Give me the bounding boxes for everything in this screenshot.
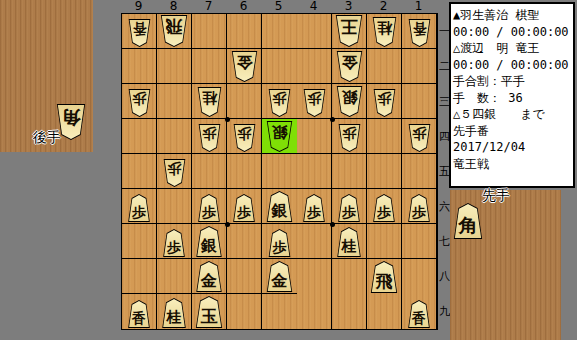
piece-glyph: 歩 [237, 125, 251, 141]
piece-p-9c: 歩 [128, 89, 151, 117]
piece-glyph: 香 [412, 20, 426, 36]
square-3e[interactable] [332, 154, 367, 189]
square-4a[interactable] [297, 14, 332, 49]
piece-l-1a: 香 [408, 19, 431, 47]
square-6e[interactable] [227, 154, 262, 189]
square-6g[interactable] [227, 224, 262, 259]
gote-tray-label: 後手 [33, 129, 61, 147]
piece-glyph: 王 [341, 16, 358, 35]
square-9d[interactable] [122, 119, 157, 154]
piece-l-9a: 香 [128, 19, 151, 47]
piece-S-7g: 銀 [196, 226, 223, 257]
square-8i[interactable]: 桂 [157, 294, 192, 329]
piece-glyph: 金 [236, 52, 252, 70]
square-8d[interactable] [157, 119, 192, 154]
file-label-4: 4 [296, 0, 331, 13]
piece-glyph: 歩 [307, 205, 321, 221]
kifu-viewer-screen: 後手 角 987654321 香飛王桂香金金歩桂歩歩銀歩歩歩銀歩歩歩歩歩歩銀歩歩… [0, 0, 577, 340]
square-1d[interactable]: 歩 [402, 119, 437, 154]
square-9b[interactable] [122, 49, 157, 84]
square-1e[interactable] [402, 154, 437, 189]
last-move-line: △５四銀 まで [453, 106, 571, 123]
piece-glyph: 金 [341, 52, 357, 70]
move-count-line: 手 数： 36 [453, 90, 571, 107]
piece-S-5f: 銀 [266, 191, 293, 222]
piece-p-4c: 歩 [303, 89, 326, 117]
event-name: 竜王戦 [453, 156, 571, 173]
square-9f[interactable]: 歩 [122, 189, 157, 224]
square-2e[interactable] [367, 154, 402, 189]
piece-N-8i: 桂 [162, 298, 187, 328]
piece-glyph: 歩 [307, 90, 321, 106]
square-5c[interactable]: 歩 [262, 84, 297, 119]
square-8a[interactable]: 飛 [157, 14, 192, 49]
square-6h[interactable] [227, 259, 262, 294]
square-3h[interactable] [332, 259, 367, 294]
square-7d[interactable]: 歩 [192, 119, 227, 154]
square-2i[interactable] [367, 294, 402, 329]
square-9e[interactable] [122, 154, 157, 189]
piece-glyph: 歩 [132, 205, 146, 221]
square-3b[interactable]: 金 [332, 49, 367, 84]
square-1h[interactable] [402, 259, 437, 294]
square-9a[interactable]: 香 [122, 14, 157, 49]
gote-player-name: △渡辺 明 竜王 [453, 40, 571, 57]
game-info-panel: ▲羽生善治 棋聖 00:00 / 00:00:00 △渡辺 明 竜王 00:00… [449, 2, 575, 188]
square-2b[interactable] [367, 49, 402, 84]
square-6d[interactable]: 歩 [227, 119, 262, 154]
square-6b[interactable]: 金 [227, 49, 262, 84]
shogi-board: 香飛王桂香金金歩桂歩歩銀歩歩歩銀歩歩歩歩歩歩銀歩歩歩歩歩銀歩桂金金飛香桂玉香 [121, 13, 438, 330]
piece-glyph: 桂 [167, 310, 182, 327]
square-8b[interactable] [157, 49, 192, 84]
square-9c[interactable]: 歩 [122, 84, 157, 119]
piece-glyph: 歩 [342, 205, 356, 221]
file-label-7: 7 [191, 0, 226, 13]
piece-g-3b: 金 [336, 51, 363, 82]
piece-P-3f: 歩 [338, 194, 361, 222]
square-4h[interactable] [297, 259, 332, 294]
square-7g[interactable]: 銀 [192, 224, 227, 259]
square-1i[interactable]: 香 [402, 294, 437, 329]
square-4e[interactable] [297, 154, 332, 189]
piece-G-5h: 金 [266, 261, 293, 292]
piece-glyph: 金 [201, 273, 217, 291]
square-1b[interactable] [402, 49, 437, 84]
square-5b[interactable] [262, 49, 297, 84]
piece-L-1i: 香 [408, 300, 431, 328]
square-4c[interactable]: 歩 [297, 84, 332, 119]
square-7e[interactable] [192, 154, 227, 189]
piece-glyph: 歩 [167, 240, 181, 256]
piece-r-8a: 飛 [160, 15, 188, 47]
piece-glyph: 歩 [273, 240, 287, 256]
piece-glyph: 歩 [202, 205, 216, 221]
file-label-3: 3 [331, 0, 366, 13]
game-date: 2017/12/04 [453, 139, 571, 156]
piece-glyph: 歩 [412, 205, 426, 221]
piece-glyph: 飛 [376, 273, 393, 292]
gote-captured-tray: 後手 角 [0, 0, 93, 152]
piece-s-5d: 銀 [266, 121, 293, 152]
file-labels: 987654321 [121, 0, 438, 13]
piece-glyph: 金 [272, 273, 288, 291]
square-1f[interactable]: 歩 [402, 189, 437, 224]
file-label-1: 1 [401, 0, 436, 13]
piece-glyph: 歩 [412, 125, 426, 141]
square-9g[interactable] [122, 224, 157, 259]
square-8h[interactable] [157, 259, 192, 294]
square-6a[interactable] [227, 14, 262, 49]
piece-k-3a: 王 [335, 15, 363, 47]
piece-P-7f: 歩 [198, 194, 221, 222]
piece-glyph: 銀 [201, 238, 217, 256]
piece-s-3c: 銀 [336, 86, 363, 117]
square-3c[interactable]: 銀 [332, 84, 367, 119]
piece-glyph: 歩 [167, 160, 181, 176]
file-label-5: 5 [261, 0, 296, 13]
piece-g-6b: 金 [231, 51, 258, 82]
square-5a[interactable] [262, 14, 297, 49]
piece-glyph: 香 [132, 311, 146, 327]
square-3f[interactable]: 歩 [332, 189, 367, 224]
piece-p-8e: 歩 [163, 159, 186, 187]
star-point [225, 222, 230, 227]
square-2g[interactable] [367, 224, 402, 259]
piece-glyph: 香 [412, 311, 426, 327]
piece-P-8g: 歩 [163, 229, 186, 257]
square-8g[interactable]: 歩 [157, 224, 192, 259]
square-1a[interactable]: 香 [402, 14, 437, 49]
square-7a[interactable] [192, 14, 227, 49]
piece-glyph: 歩 [377, 90, 391, 106]
square-2d[interactable] [367, 119, 402, 154]
square-7b[interactable] [192, 49, 227, 84]
file-label-9: 9 [121, 0, 156, 13]
square-2f[interactable]: 歩 [367, 189, 402, 224]
piece-glyph: 桂 [342, 239, 357, 256]
square-5h[interactable]: 金 [262, 259, 297, 294]
square-6i[interactable] [227, 294, 262, 329]
piece-p-5c: 歩 [268, 89, 291, 117]
captured-piece-sente[interactable]: 角 [453, 203, 483, 239]
piece-p-2c: 歩 [373, 89, 396, 117]
piece-p-1d: 歩 [408, 124, 431, 152]
square-5e[interactable] [262, 154, 297, 189]
square-2h[interactable]: 飛 [367, 259, 402, 294]
piece-glyph: 歩 [202, 125, 216, 141]
file-label-2: 2 [366, 0, 401, 13]
gote-clock: 00:00 / 00:00:00 [453, 57, 571, 74]
square-2a[interactable]: 桂 [367, 14, 402, 49]
square-4f[interactable]: 歩 [297, 189, 332, 224]
square-1g[interactable] [402, 224, 437, 259]
sente-clock: 00:00 / 00:00:00 [453, 24, 571, 41]
square-3d[interactable]: 歩 [332, 119, 367, 154]
side-to-move-line: 先手番 [453, 123, 571, 140]
piece-p-7d: 歩 [198, 124, 221, 152]
square-8e[interactable]: 歩 [157, 154, 192, 189]
piece-glyph: 桂 [377, 18, 392, 35]
square-9i[interactable]: 香 [122, 294, 157, 329]
piece-p-3d: 歩 [338, 124, 361, 152]
piece-glyph: 角 [459, 216, 478, 238]
square-4g[interactable] [297, 224, 332, 259]
square-7i[interactable]: 玉 [192, 294, 227, 329]
piece-glyph: 銀 [272, 203, 288, 221]
square-6f[interactable]: 歩 [227, 189, 262, 224]
piece-N-3g: 桂 [337, 227, 362, 257]
square-5d[interactable]: 銀 [262, 119, 297, 154]
sente-player-name: ▲羽生善治 棋聖 [453, 7, 571, 24]
piece-glyph: 桂 [202, 88, 217, 105]
piece-glyph: 角 [62, 105, 81, 127]
piece-P-6f: 歩 [233, 194, 256, 222]
square-1c[interactable] [402, 84, 437, 119]
piece-P-5g: 歩 [268, 229, 291, 257]
square-4i[interactable] [297, 294, 332, 329]
square-8f[interactable] [157, 189, 192, 224]
piece-glyph: 歩 [377, 205, 391, 221]
sente-captured-tray: 先手 角 [450, 190, 561, 340]
piece-glyph: 玉 [201, 308, 218, 327]
square-3a[interactable]: 王 [332, 14, 367, 49]
piece-glyph: 飛 [166, 16, 183, 35]
piece-glyph: 歩 [273, 90, 287, 106]
square-3i[interactable] [332, 294, 367, 329]
piece-p-6d: 歩 [233, 124, 256, 152]
piece-P-9f: 歩 [128, 194, 151, 222]
file-label-8: 8 [156, 0, 191, 13]
square-7h[interactable]: 金 [192, 259, 227, 294]
square-4b[interactable] [297, 49, 332, 84]
piece-glyph: 香 [132, 20, 146, 36]
star-point [330, 222, 335, 227]
piece-glyph: 歩 [132, 90, 146, 106]
piece-P-1f: 歩 [408, 194, 431, 222]
square-6c[interactable] [227, 84, 262, 119]
square-5g[interactable]: 歩 [262, 224, 297, 259]
square-7c[interactable]: 桂 [192, 84, 227, 119]
piece-P-2f: 歩 [373, 194, 396, 222]
piece-P-4f: 歩 [303, 194, 326, 222]
file-label-6: 6 [226, 0, 261, 13]
piece-glyph: 歩 [237, 205, 251, 221]
piece-n-7c: 桂 [197, 87, 222, 117]
square-8c[interactable] [157, 84, 192, 119]
piece-glyph: 銀 [272, 122, 288, 140]
square-3g[interactable]: 桂 [332, 224, 367, 259]
star-point [330, 117, 335, 122]
handicap-line: 手合割：平手 [453, 73, 571, 90]
piece-glyph: 銀 [341, 87, 357, 105]
square-7f[interactable]: 歩 [192, 189, 227, 224]
square-4d[interactable] [297, 119, 332, 154]
square-5i[interactable] [262, 294, 297, 329]
square-2c[interactable]: 歩 [367, 84, 402, 119]
sente-tray-label: 先手 [482, 187, 510, 205]
piece-glyph: 歩 [342, 125, 356, 141]
piece-G-7h: 金 [196, 261, 223, 292]
star-point [225, 117, 230, 122]
piece-L-9i: 香 [128, 300, 151, 328]
piece-n-2a: 桂 [372, 17, 397, 47]
piece-K-7i: 玉 [195, 296, 223, 328]
square-5f[interactable]: 銀 [262, 189, 297, 224]
piece-R-2h: 飛 [370, 261, 398, 293]
square-9h[interactable] [122, 259, 157, 294]
